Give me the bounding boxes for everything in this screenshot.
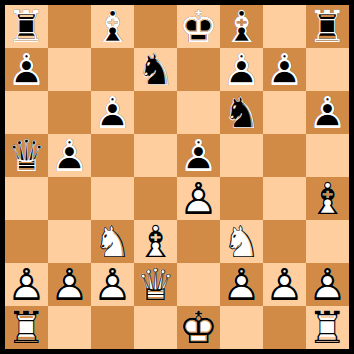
piece-black-queen: ♛♕ [5,134,48,177]
square-d6[interactable] [134,91,177,134]
black-pawn-outline-icon: ♙ [306,91,349,134]
square-c5[interactable] [91,134,134,177]
white-bishop-outline-icon: ♗ [306,177,349,220]
square-h6[interactable]: ♟♙ [306,91,349,134]
square-d7[interactable]: ♞♘ [134,48,177,91]
square-c3[interactable]: ♞♘ [91,220,134,263]
square-b4[interactable] [48,177,91,220]
black-pawn-outline-icon: ♙ [263,48,306,91]
black-rook-outline-icon: ♖ [306,5,349,48]
square-f2[interactable]: ♟♙ [220,263,263,306]
square-e4[interactable]: ♟♙ [177,177,220,220]
white-pawn-outline-icon: ♙ [48,263,91,306]
board-frame: ♜♖♝♗♚♔♝♗♜♖♟♙♞♘♟♙♟♙♟♙♞♘♟♙♛♕♟♙♟♙♟♙♝♗♞♘♝♗♞♘… [0,0,354,354]
piece-white-pawn: ♟♙ [5,263,48,306]
square-g6[interactable] [263,91,306,134]
black-knight-outline-icon: ♘ [134,48,177,91]
square-g3[interactable] [263,220,306,263]
square-h3[interactable] [306,220,349,263]
piece-black-knight: ♞♘ [220,91,263,134]
chess-board: ♜♖♝♗♚♔♝♗♜♖♟♙♞♘♟♙♟♙♟♙♞♘♟♙♛♕♟♙♟♙♟♙♝♗♞♘♝♗♞♘… [5,5,349,349]
piece-white-pawn: ♟♙ [48,263,91,306]
piece-white-pawn: ♟♙ [306,263,349,306]
square-f4[interactable] [220,177,263,220]
piece-white-queen: ♛♕ [134,263,177,306]
white-knight-outline-icon: ♘ [220,220,263,263]
square-b8[interactable] [48,5,91,48]
square-g2[interactable]: ♟♙ [263,263,306,306]
piece-black-pawn: ♟♙ [48,134,91,177]
piece-black-bishop: ♝♗ [220,5,263,48]
piece-black-pawn: ♟♙ [263,48,306,91]
piece-white-bishop: ♝♗ [134,220,177,263]
square-e1[interactable]: ♚♔ [177,306,220,349]
white-rook-outline-icon: ♖ [306,306,349,349]
piece-black-pawn: ♟♙ [91,91,134,134]
square-c2[interactable]: ♟♙ [91,263,134,306]
piece-white-king: ♚♔ [177,306,220,349]
white-pawn-outline-icon: ♙ [177,177,220,220]
square-e2[interactable] [177,263,220,306]
square-b7[interactable] [48,48,91,91]
square-g5[interactable] [263,134,306,177]
square-c7[interactable] [91,48,134,91]
white-queen-outline-icon: ♕ [134,263,177,306]
piece-white-bishop: ♝♗ [306,177,349,220]
piece-white-rook: ♜♖ [306,306,349,349]
square-a7[interactable]: ♟♙ [5,48,48,91]
square-f1[interactable] [220,306,263,349]
square-b2[interactable]: ♟♙ [48,263,91,306]
square-d4[interactable] [134,177,177,220]
square-a2[interactable]: ♟♙ [5,263,48,306]
piece-black-bishop: ♝♗ [91,5,134,48]
square-c4[interactable] [91,177,134,220]
square-h5[interactable] [306,134,349,177]
white-pawn-outline-icon: ♙ [220,263,263,306]
square-f7[interactable]: ♟♙ [220,48,263,91]
white-pawn-outline-icon: ♙ [263,263,306,306]
piece-black-rook: ♜♖ [306,5,349,48]
square-f5[interactable] [220,134,263,177]
piece-black-king: ♚♔ [177,5,220,48]
black-pawn-outline-icon: ♙ [177,134,220,177]
white-knight-outline-icon: ♘ [91,220,134,263]
piece-white-knight: ♞♘ [91,220,134,263]
black-queen-outline-icon: ♕ [5,134,48,177]
square-b6[interactable] [48,91,91,134]
square-e8[interactable]: ♚♔ [177,5,220,48]
square-h7[interactable] [306,48,349,91]
square-b3[interactable] [48,220,91,263]
white-pawn-outline-icon: ♙ [306,263,349,306]
black-pawn-outline-icon: ♙ [48,134,91,177]
piece-black-pawn: ♟♙ [306,91,349,134]
black-bishop-outline-icon: ♗ [91,5,134,48]
piece-white-pawn: ♟♙ [91,263,134,306]
white-pawn-outline-icon: ♙ [91,263,134,306]
black-king-outline-icon: ♔ [177,5,220,48]
square-h1[interactable]: ♜♖ [306,306,349,349]
square-g8[interactable] [263,5,306,48]
square-f6[interactable]: ♞♘ [220,91,263,134]
square-c1[interactable] [91,306,134,349]
square-a3[interactable] [5,220,48,263]
square-h2[interactable]: ♟♙ [306,263,349,306]
square-b1[interactable] [48,306,91,349]
square-f3[interactable]: ♞♘ [220,220,263,263]
piece-white-rook: ♜♖ [5,306,48,349]
white-pawn-outline-icon: ♙ [5,263,48,306]
square-c8[interactable]: ♝♗ [91,5,134,48]
square-g4[interactable] [263,177,306,220]
square-e7[interactable] [177,48,220,91]
square-d3[interactable]: ♝♗ [134,220,177,263]
square-a6[interactable] [5,91,48,134]
square-d5[interactable] [134,134,177,177]
piece-black-pawn: ♟♙ [5,48,48,91]
square-e5[interactable]: ♟♙ [177,134,220,177]
white-bishop-outline-icon: ♗ [134,220,177,263]
black-bishop-outline-icon: ♗ [220,5,263,48]
black-pawn-outline-icon: ♙ [91,91,134,134]
square-f8[interactable]: ♝♗ [220,5,263,48]
square-a5[interactable]: ♛♕ [5,134,48,177]
square-a8[interactable]: ♜♖ [5,5,48,48]
square-g1[interactable] [263,306,306,349]
piece-black-rook: ♜♖ [5,5,48,48]
square-d8[interactable] [134,5,177,48]
square-b5[interactable]: ♟♙ [48,134,91,177]
black-knight-outline-icon: ♘ [220,91,263,134]
white-king-outline-icon: ♔ [177,306,220,349]
white-rook-outline-icon: ♖ [5,306,48,349]
piece-white-knight: ♞♘ [220,220,263,263]
piece-black-pawn: ♟♙ [220,48,263,91]
black-pawn-outline-icon: ♙ [220,48,263,91]
piece-white-pawn: ♟♙ [220,263,263,306]
square-d1[interactable] [134,306,177,349]
black-pawn-outline-icon: ♙ [5,48,48,91]
piece-black-pawn: ♟♙ [177,134,220,177]
square-a1[interactable]: ♜♖ [5,306,48,349]
square-c6[interactable]: ♟♙ [91,91,134,134]
square-g7[interactable]: ♟♙ [263,48,306,91]
square-h8[interactable]: ♜♖ [306,5,349,48]
square-e6[interactable] [177,91,220,134]
piece-white-pawn: ♟♙ [263,263,306,306]
piece-black-knight: ♞♘ [134,48,177,91]
square-a4[interactable] [5,177,48,220]
piece-white-pawn: ♟♙ [177,177,220,220]
black-rook-outline-icon: ♖ [5,5,48,48]
square-d2[interactable]: ♛♕ [134,263,177,306]
square-e3[interactable] [177,220,220,263]
square-h4[interactable]: ♝♗ [306,177,349,220]
